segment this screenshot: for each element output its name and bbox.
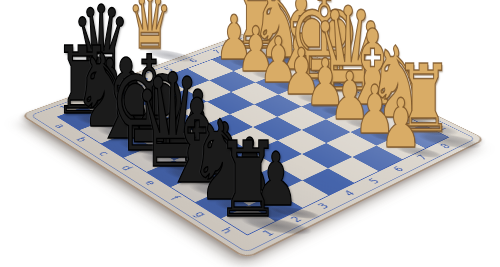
black-queen-glyph: ♛ [71, 0, 130, 90]
chess-set-product-photo: aa11bb22cc33dd44ee55ff66gg77hh88 ♜♞♝♚♛♝♞… [0, 0, 500, 267]
playing-area-grid [57, 42, 450, 235]
roll-up-chess-board: aa11bb22cc33dd44ee55ff66gg77hh88 [20, 28, 486, 259]
camel-queen-glyph: ♛ [128, 0, 173, 60]
